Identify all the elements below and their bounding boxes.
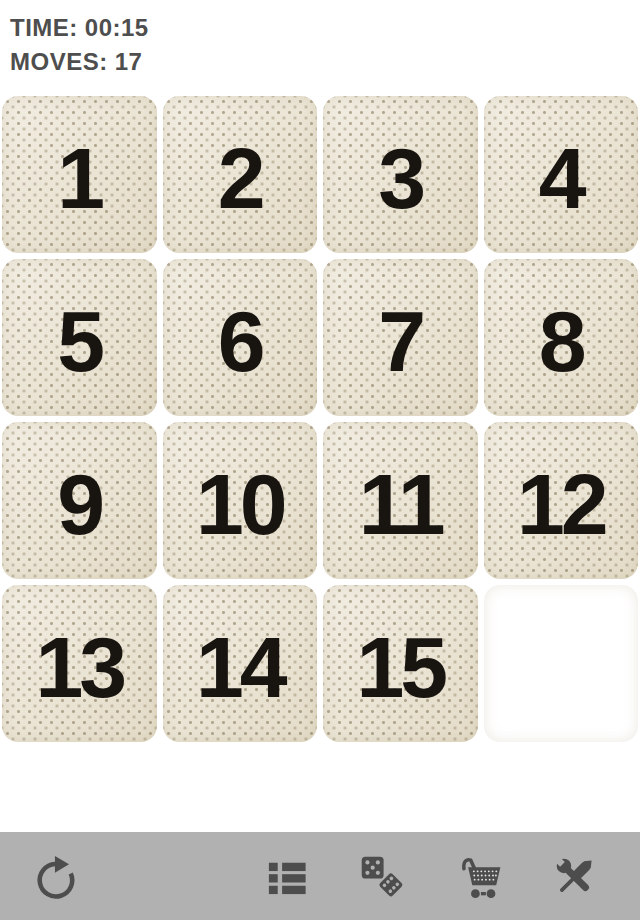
bottom-toolbar — [0, 832, 640, 920]
time-row: TIME:00:15 — [10, 11, 149, 45]
tile-8[interactable]: 8 — [484, 259, 639, 416]
moves-label: MOVES: — [10, 48, 108, 75]
status-panel: TIME:00:15 MOVES:17 — [10, 11, 149, 79]
tile-1[interactable]: 1 — [2, 96, 157, 253]
tile-5[interactable]: 5 — [2, 259, 157, 416]
tile-6[interactable]: 6 — [163, 259, 318, 416]
moves-value: 17 — [115, 48, 143, 75]
tile-12[interactable]: 12 — [484, 422, 639, 579]
tile-4[interactable]: 4 — [484, 96, 639, 253]
tile-2[interactable]: 2 — [163, 96, 318, 253]
shuffle-dice-icon[interactable] — [356, 852, 406, 902]
tile-13[interactable]: 13 — [2, 585, 157, 742]
shop-cart-icon[interactable] — [453, 851, 503, 903]
tile-14[interactable]: 14 — [163, 585, 318, 742]
levels-list-icon[interactable] — [264, 853, 311, 900]
puzzle-board: 1 2 3 4 5 6 7 8 9 10 11 12 13 14 15 — [0, 96, 640, 742]
tile-10[interactable]: 10 — [163, 422, 318, 579]
tile-11[interactable]: 11 — [323, 422, 478, 579]
time-value: 00:15 — [85, 14, 149, 41]
settings-tools-icon[interactable] — [550, 852, 600, 902]
empty-cell — [484, 585, 639, 742]
restart-icon[interactable] — [30, 851, 82, 903]
moves-row: MOVES:17 — [10, 45, 149, 79]
time-label: TIME: — [10, 14, 78, 41]
tile-7[interactable]: 7 — [323, 259, 478, 416]
tile-15[interactable]: 15 — [323, 585, 478, 742]
tile-3[interactable]: 3 — [323, 96, 478, 253]
tile-9[interactable]: 9 — [2, 422, 157, 579]
